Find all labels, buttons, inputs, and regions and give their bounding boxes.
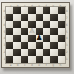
square-e2[interactable]: [36, 49, 43, 56]
square-d7[interactable]: [28, 14, 35, 21]
coord-label: 5: [65, 28, 69, 35]
square-h5[interactable]: [58, 28, 65, 35]
coord-label: e: [36, 63, 43, 67]
coord-label: 6: [65, 22, 69, 29]
square-b5[interactable]: [13, 28, 20, 35]
square-g3[interactable]: [50, 42, 57, 49]
square-a3[interactable]: [6, 42, 13, 49]
square-d3[interactable]: [28, 42, 35, 49]
square-a7[interactable]: [6, 14, 13, 21]
square-b1[interactable]: [13, 56, 20, 63]
square-g1[interactable]: [50, 56, 57, 63]
square-h7[interactable]: [58, 14, 65, 21]
white-pawn[interactable]: ♟: [29, 28, 35, 35]
square-h1[interactable]: [58, 56, 65, 63]
square-d4[interactable]: [28, 35, 35, 42]
coord-label: g: [50, 63, 57, 67]
rank-labels-right: 87654321: [65, 8, 69, 62]
square-d2[interactable]: [28, 49, 35, 56]
square-f5[interactable]: [43, 28, 50, 35]
square-e3[interactable]: [36, 42, 43, 49]
coord-label: a: [7, 63, 14, 67]
black-pawn[interactable]: ♟: [36, 35, 42, 42]
square-g5[interactable]: [50, 28, 57, 35]
square-a1[interactable]: [6, 56, 13, 63]
square-f2[interactable]: [43, 49, 50, 56]
square-b8[interactable]: [13, 7, 20, 14]
file-labels-bottom: abcdefgh: [7, 63, 64, 67]
square-h4[interactable]: [58, 35, 65, 42]
coord-label: 3: [65, 42, 69, 49]
square-h6[interactable]: [58, 21, 65, 28]
square-a6[interactable]: [6, 21, 13, 28]
square-f6[interactable]: [43, 21, 50, 28]
coord-label: 2: [65, 49, 69, 56]
square-c6[interactable]: [21, 21, 28, 28]
square-g2[interactable]: [50, 49, 57, 56]
square-f1[interactable]: [43, 56, 50, 63]
square-f8[interactable]: [43, 7, 50, 14]
square-g4[interactable]: [50, 35, 57, 42]
coord-label: h: [57, 63, 64, 67]
square-a4[interactable]: [6, 35, 13, 42]
square-e1[interactable]: [36, 56, 43, 63]
coord-label: f: [43, 63, 50, 67]
square-f3[interactable]: [43, 42, 50, 49]
square-h2[interactable]: [58, 49, 65, 56]
coord-label: 7: [65, 15, 69, 22]
square-c2[interactable]: [21, 49, 28, 56]
square-e6[interactable]: [36, 21, 43, 28]
square-d8[interactable]: [28, 7, 35, 14]
coord-label: 8: [65, 8, 69, 15]
square-f7[interactable]: [43, 14, 50, 21]
square-c5[interactable]: [21, 28, 28, 35]
square-e8[interactable]: [36, 7, 43, 14]
square-b4[interactable]: [13, 35, 20, 42]
square-c8[interactable]: [21, 7, 28, 14]
square-g7[interactable]: [50, 14, 57, 21]
coord-label: d: [28, 63, 35, 67]
square-c3[interactable]: [21, 42, 28, 49]
square-h8[interactable]: [58, 7, 65, 14]
square-e7[interactable]: [36, 14, 43, 21]
square-h3[interactable]: [58, 42, 65, 49]
chessboard-frame: abcdefgh abcdefgh 87654321 87654321 ♟♟: [1, 2, 70, 68]
square-f4[interactable]: [43, 35, 50, 42]
coord-label: b: [14, 63, 21, 67]
square-d1[interactable]: [28, 56, 35, 63]
square-a5[interactable]: [6, 28, 13, 35]
square-b6[interactable]: [13, 21, 20, 28]
square-c4[interactable]: [21, 35, 28, 42]
square-e4[interactable]: ♟: [36, 35, 43, 42]
square-b7[interactable]: [13, 14, 20, 21]
square-g8[interactable]: [50, 7, 57, 14]
square-d5[interactable]: ♟: [28, 28, 35, 35]
square-b3[interactable]: [13, 42, 20, 49]
coord-label: 4: [65, 35, 69, 42]
coord-label: c: [21, 63, 28, 67]
square-a8[interactable]: [6, 7, 13, 14]
chessboard-grid: ♟♟: [6, 7, 65, 63]
photo-background: abcdefgh abcdefgh 87654321 87654321 ♟♟: [0, 0, 74, 74]
square-a2[interactable]: [6, 49, 13, 56]
square-c7[interactable]: [21, 14, 28, 21]
coord-label: 1: [65, 55, 69, 62]
square-b2[interactable]: [13, 49, 20, 56]
square-g6[interactable]: [50, 21, 57, 28]
square-c1[interactable]: [21, 56, 28, 63]
